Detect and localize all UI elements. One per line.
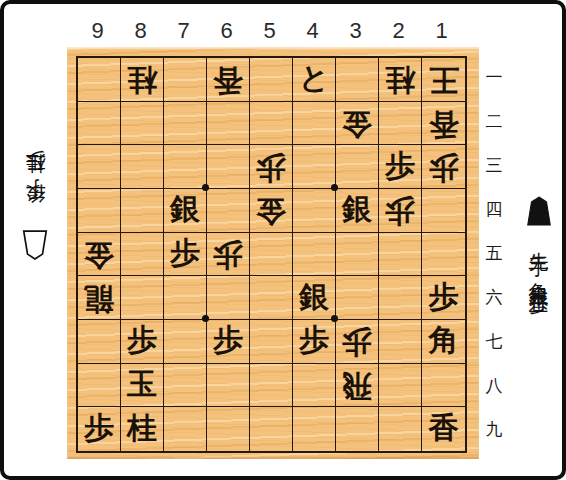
piece-gote-ryu: 龍 xyxy=(84,284,114,314)
shogi-board: 桂香と桂王金香歩歩歩銀金銀歩金歩歩龍銀歩歩歩歩歩角玉飛歩桂香 xyxy=(67,47,479,459)
square-62[interactable] xyxy=(207,102,250,146)
square-26[interactable] xyxy=(379,276,422,320)
piece-gote-kin: 金 xyxy=(84,240,114,270)
hoshi-dot xyxy=(331,184,338,191)
square-56[interactable] xyxy=(250,276,293,320)
file-label-8: 8 xyxy=(119,12,162,44)
gote-label: 後手 xyxy=(25,214,45,220)
piece-gote-ou-king: 王 xyxy=(429,65,459,95)
square-69[interactable] xyxy=(207,407,250,451)
square-85[interactable] xyxy=(121,233,164,277)
file-label-9: 9 xyxy=(76,12,119,44)
rank-label-8: 八 xyxy=(483,363,505,407)
piece-gote-fu: 歩 xyxy=(213,240,243,270)
square-21[interactable]: 桂 xyxy=(379,58,422,102)
square-68[interactable] xyxy=(207,364,250,408)
piece-sente-gyoku-king: 玉 xyxy=(127,369,157,399)
square-43[interactable] xyxy=(293,145,336,189)
square-82[interactable] xyxy=(121,102,164,146)
square-99[interactable]: 歩 xyxy=(78,407,121,451)
piece-sente-gin: 銀 xyxy=(170,194,200,224)
square-52[interactable] xyxy=(250,102,293,146)
square-27[interactable] xyxy=(379,320,422,364)
square-22[interactable] xyxy=(379,102,422,146)
rank-label-4: 四 xyxy=(483,188,505,232)
square-16[interactable]: 歩 xyxy=(422,276,465,320)
rank-label-9: 九 xyxy=(483,407,505,451)
file-label-6: 6 xyxy=(205,12,248,44)
square-54[interactable]: 金 xyxy=(250,189,293,233)
square-24[interactable]: 歩 xyxy=(379,189,422,233)
rank-label-7: 七 xyxy=(483,319,505,363)
square-84[interactable] xyxy=(121,189,164,233)
square-49[interactable] xyxy=(293,407,336,451)
square-28[interactable] xyxy=(379,364,422,408)
gote-piece-icon xyxy=(22,230,48,260)
square-53[interactable]: 歩 xyxy=(250,145,293,189)
piece-gote-keima: 桂 xyxy=(127,65,157,95)
file-label-5: 5 xyxy=(248,12,291,44)
piece-gote-fu: 歩 xyxy=(385,196,415,226)
piece-sente-fu: 歩 xyxy=(127,325,157,355)
rank-label-5: 五 xyxy=(483,232,505,276)
piece-sente-fu: 歩 xyxy=(213,325,243,355)
square-25[interactable] xyxy=(379,233,422,277)
gote-hand-pieces: 桂歩二 xyxy=(25,181,45,190)
square-34[interactable]: 銀 xyxy=(336,189,379,233)
square-29[interactable] xyxy=(379,407,422,451)
square-23[interactable]: 歩 xyxy=(379,145,422,189)
hoshi-dot xyxy=(202,315,209,322)
square-87[interactable]: 歩 xyxy=(121,320,164,364)
sente-info-block: 先手 角金銀香歩三 xyxy=(519,196,559,472)
square-81[interactable]: 桂 xyxy=(121,58,164,102)
square-39[interactable] xyxy=(336,407,379,451)
piece-sente-fu: 歩 xyxy=(385,151,415,181)
square-65[interactable]: 歩 xyxy=(207,233,250,277)
gote-info-block: 後手 桂歩二 xyxy=(15,40,55,260)
square-19[interactable]: 香 xyxy=(422,407,465,451)
square-72[interactable] xyxy=(164,102,207,146)
square-64[interactable] xyxy=(207,189,250,233)
square-78[interactable] xyxy=(164,364,207,408)
square-14[interactable] xyxy=(422,189,465,233)
square-63[interactable] xyxy=(207,145,250,189)
square-77[interactable] xyxy=(164,320,207,364)
square-31[interactable] xyxy=(336,58,379,102)
square-48[interactable] xyxy=(293,364,336,408)
piece-gote-fu: 歩 xyxy=(256,153,286,183)
hoshi-dot xyxy=(331,315,338,322)
square-42[interactable] xyxy=(293,102,336,146)
square-92[interactable] xyxy=(78,102,121,146)
file-label-4: 4 xyxy=(291,12,334,44)
square-88[interactable]: 玉 xyxy=(121,364,164,408)
square-32[interactable]: 金 xyxy=(336,102,379,146)
square-47[interactable]: 歩 xyxy=(293,320,336,364)
square-41[interactable]: と xyxy=(293,58,336,102)
square-17[interactable]: 角 xyxy=(422,320,465,364)
rank-label-1: 一 xyxy=(483,56,505,100)
square-59[interactable] xyxy=(250,407,293,451)
square-15[interactable] xyxy=(422,233,465,277)
file-label-3: 3 xyxy=(334,12,377,44)
square-91[interactable] xyxy=(78,58,121,102)
piece-sente-kaku: 角 xyxy=(429,325,459,355)
square-98[interactable] xyxy=(78,364,121,408)
square-18[interactable] xyxy=(422,364,465,408)
square-33[interactable] xyxy=(336,145,379,189)
square-76[interactable] xyxy=(164,276,207,320)
square-96[interactable]: 龍 xyxy=(78,276,121,320)
piece-sente-keima: 桂 xyxy=(127,413,157,443)
piece-sente-fu: 歩 xyxy=(299,325,329,355)
square-11[interactable]: 王 xyxy=(422,58,465,102)
square-57[interactable] xyxy=(250,320,293,364)
square-83[interactable] xyxy=(121,145,164,189)
square-86[interactable] xyxy=(121,276,164,320)
piece-gote-hisha: 飛 xyxy=(342,371,372,401)
piece-sente-gin: 銀 xyxy=(342,194,372,224)
piece-sente-tokin: と xyxy=(299,63,330,93)
piece-gote-kyosha: 香 xyxy=(429,109,459,139)
file-label-7: 7 xyxy=(162,12,205,44)
file-label-1: 1 xyxy=(420,12,463,44)
piece-gote-kyosha: 香 xyxy=(213,65,243,95)
square-66[interactable] xyxy=(207,276,250,320)
square-12[interactable]: 香 xyxy=(422,102,465,146)
sente-hand-pieces: 角金銀香歩三 xyxy=(529,266,549,284)
square-79[interactable] xyxy=(164,407,207,451)
square-37[interactable]: 歩 xyxy=(336,320,379,364)
piece-gote-fu: 歩 xyxy=(429,153,459,183)
rank-labels: 一二三四五六七八九 xyxy=(483,56,505,451)
file-labels: 987654321 xyxy=(76,12,463,44)
square-94[interactable] xyxy=(78,189,121,233)
piece-sente-fu: 歩 xyxy=(170,238,200,268)
square-45[interactable] xyxy=(293,233,336,277)
piece-gote-kin: 金 xyxy=(342,109,372,139)
square-97[interactable] xyxy=(78,320,121,364)
file-label-2: 2 xyxy=(377,12,420,44)
piece-gote-kin: 金 xyxy=(256,196,286,226)
square-44[interactable] xyxy=(293,189,336,233)
square-35[interactable] xyxy=(336,233,379,277)
sente-label: 先手 xyxy=(529,236,549,242)
rank-label-2: 二 xyxy=(483,100,505,144)
piece-sente-fu: 歩 xyxy=(84,413,114,443)
square-36[interactable] xyxy=(336,276,379,320)
square-74[interactable]: 銀 xyxy=(164,189,207,233)
piece-sente-kyosha: 香 xyxy=(429,413,459,443)
square-73[interactable] xyxy=(164,145,207,189)
rank-label-3: 三 xyxy=(483,144,505,188)
piece-sente-fu: 歩 xyxy=(429,282,459,312)
shogi-diagram-frame: 987654321 桂香と桂王金香歩歩歩銀金銀歩金歩歩龍銀歩歩歩歩歩角玉飛歩桂香… xyxy=(0,0,566,480)
square-93[interactable] xyxy=(78,145,121,189)
square-67[interactable]: 歩 xyxy=(207,320,250,364)
square-75[interactable]: 歩 xyxy=(164,233,207,277)
square-58[interactable] xyxy=(250,364,293,408)
sente-piece-icon xyxy=(526,196,552,226)
square-13[interactable]: 歩 xyxy=(422,145,465,189)
piece-gote-fu: 歩 xyxy=(342,327,372,357)
hoshi-dot xyxy=(202,184,209,191)
square-61[interactable]: 香 xyxy=(207,58,250,102)
rank-label-6: 六 xyxy=(483,275,505,319)
board-grid: 桂香と桂王金香歩歩歩銀金銀歩金歩歩龍銀歩歩歩歩歩角玉飛歩桂香 xyxy=(76,56,467,453)
square-89[interactable]: 桂 xyxy=(121,407,164,451)
piece-sente-gin: 銀 xyxy=(299,282,329,312)
square-55[interactable] xyxy=(250,233,293,277)
square-38[interactable]: 飛 xyxy=(336,364,379,408)
square-95[interactable]: 金 xyxy=(78,233,121,277)
square-51[interactable] xyxy=(250,58,293,102)
square-71[interactable] xyxy=(164,58,207,102)
square-46[interactable]: 銀 xyxy=(293,276,336,320)
piece-gote-keima: 桂 xyxy=(385,65,415,95)
